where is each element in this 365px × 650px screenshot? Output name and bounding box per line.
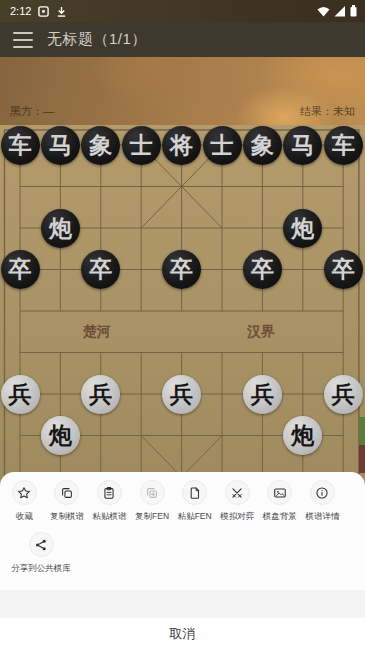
xiangqi-piece-black[interactable]: 卒 [243,250,282,289]
share-icon [29,532,54,557]
wallpaper-peek-maroon [359,445,365,473]
xiangqi-piece-black[interactable]: 炮 [283,209,322,248]
clock: 2:12 [10,5,31,17]
page-title: 无标题（1/1） [47,30,147,49]
cellular-icon [334,6,346,17]
action-share[interactable]: 分享到公共棋库 [3,532,79,575]
action-crossed-swords[interactable]: 模拟对弈 [216,480,259,523]
result-label: 结果：未知 [300,104,355,122]
action-info[interactable]: 棋谱详情 [301,480,344,523]
xiangqi-piece-red[interactable]: 兵 [162,375,201,414]
xiangqi-piece-black[interactable]: 卒 [1,250,40,289]
action-image[interactable]: 棋盘背景 [259,480,302,523]
action-clipboard[interactable]: 粘贴棋谱 [88,480,131,523]
toolbar: 无标题（1/1） [0,22,365,57]
river-label-left: 楚河 [83,323,111,341]
cancel-button[interactable]: 取消 [0,618,365,650]
action-label: 棋谱详情 [305,511,339,523]
xiangqi-piece-red[interactable]: 炮 [41,416,80,455]
action-label: 收藏 [16,511,33,523]
xiangqi-piece-black[interactable]: 士 [203,126,242,165]
info-icon [310,480,335,505]
wallpaper-peek-green [359,417,365,445]
copy-plus-icon [140,480,165,505]
action-label: 棋盘背景 [263,511,297,523]
river-label-right: 汉界 [247,323,275,341]
action-label: 模拟对弈 [220,511,254,523]
xiangqi-piece-black[interactable]: 卒 [324,250,363,289]
xiangqi-piece-black[interactable]: 卒 [162,250,201,289]
wifi-icon [317,6,330,17]
star-icon [12,480,37,505]
screenshot-icon [38,6,49,17]
action-paste-doc[interactable]: 粘贴FEN [173,480,216,523]
xiangqi-piece-black[interactable]: 象 [243,126,282,165]
copy-icon [54,480,79,505]
action-star[interactable]: 收藏 [3,480,46,523]
xiangqi-piece-black[interactable]: 象 [81,126,120,165]
action-sheet-row-1: 收藏复制棋谱粘贴棋谱复制FEN粘贴FEN模拟对弈棋盘背景棋谱详情 [0,472,365,523]
xiangqi-piece-black[interactable]: 车 [324,126,363,165]
xiangqi-piece-black[interactable]: 马 [41,126,80,165]
action-label: 复制棋谱 [50,511,84,523]
crossed-swords-icon [225,480,250,505]
clipboard-icon [97,480,122,505]
black-player-label: 黑方：— [10,104,54,122]
app-screen: 2:12 无标题（1/1） 黑方：— 结果：未知 [0,0,365,650]
xiangqi-piece-black[interactable]: 车 [1,126,40,165]
hamburger-menu-icon[interactable] [13,32,33,48]
action-sheet: 收藏复制棋谱粘贴棋谱复制FEN粘贴FEN模拟对弈棋盘背景棋谱详情 分享到公共棋库 [0,472,365,590]
xiangqi-piece-red[interactable]: 兵 [1,375,40,414]
xiangqi-piece-red[interactable]: 兵 [81,375,120,414]
action-label: 分享到公共棋库 [11,563,71,575]
status-bar: 2:12 [0,0,365,22]
xiangqi-piece-black[interactable]: 将 [162,126,201,165]
xiangqi-piece-black[interactable]: 士 [122,126,161,165]
action-label: 粘贴FEN [178,511,212,523]
xiangqi-piece-black[interactable]: 马 [283,126,322,165]
download-icon [56,6,67,17]
xiangqi-piece-black[interactable]: 炮 [41,209,80,248]
xiangqi-piece-red[interactable]: 兵 [324,375,363,414]
action-label: 复制FEN [135,511,169,523]
action-label: 粘贴棋谱 [92,511,126,523]
image-icon [267,480,292,505]
action-copy-plus[interactable]: 复制FEN [131,480,174,523]
xiangqi-piece-red[interactable]: 兵 [243,375,282,414]
paste-doc-icon [182,480,207,505]
sheet-divider [0,590,365,618]
action-copy[interactable]: 复制棋谱 [46,480,89,523]
battery-icon [350,5,357,17]
game-info-bar: 黑方：— 结果：未知 [0,104,365,122]
action-sheet-row-2: 分享到公共棋库 [0,523,365,575]
